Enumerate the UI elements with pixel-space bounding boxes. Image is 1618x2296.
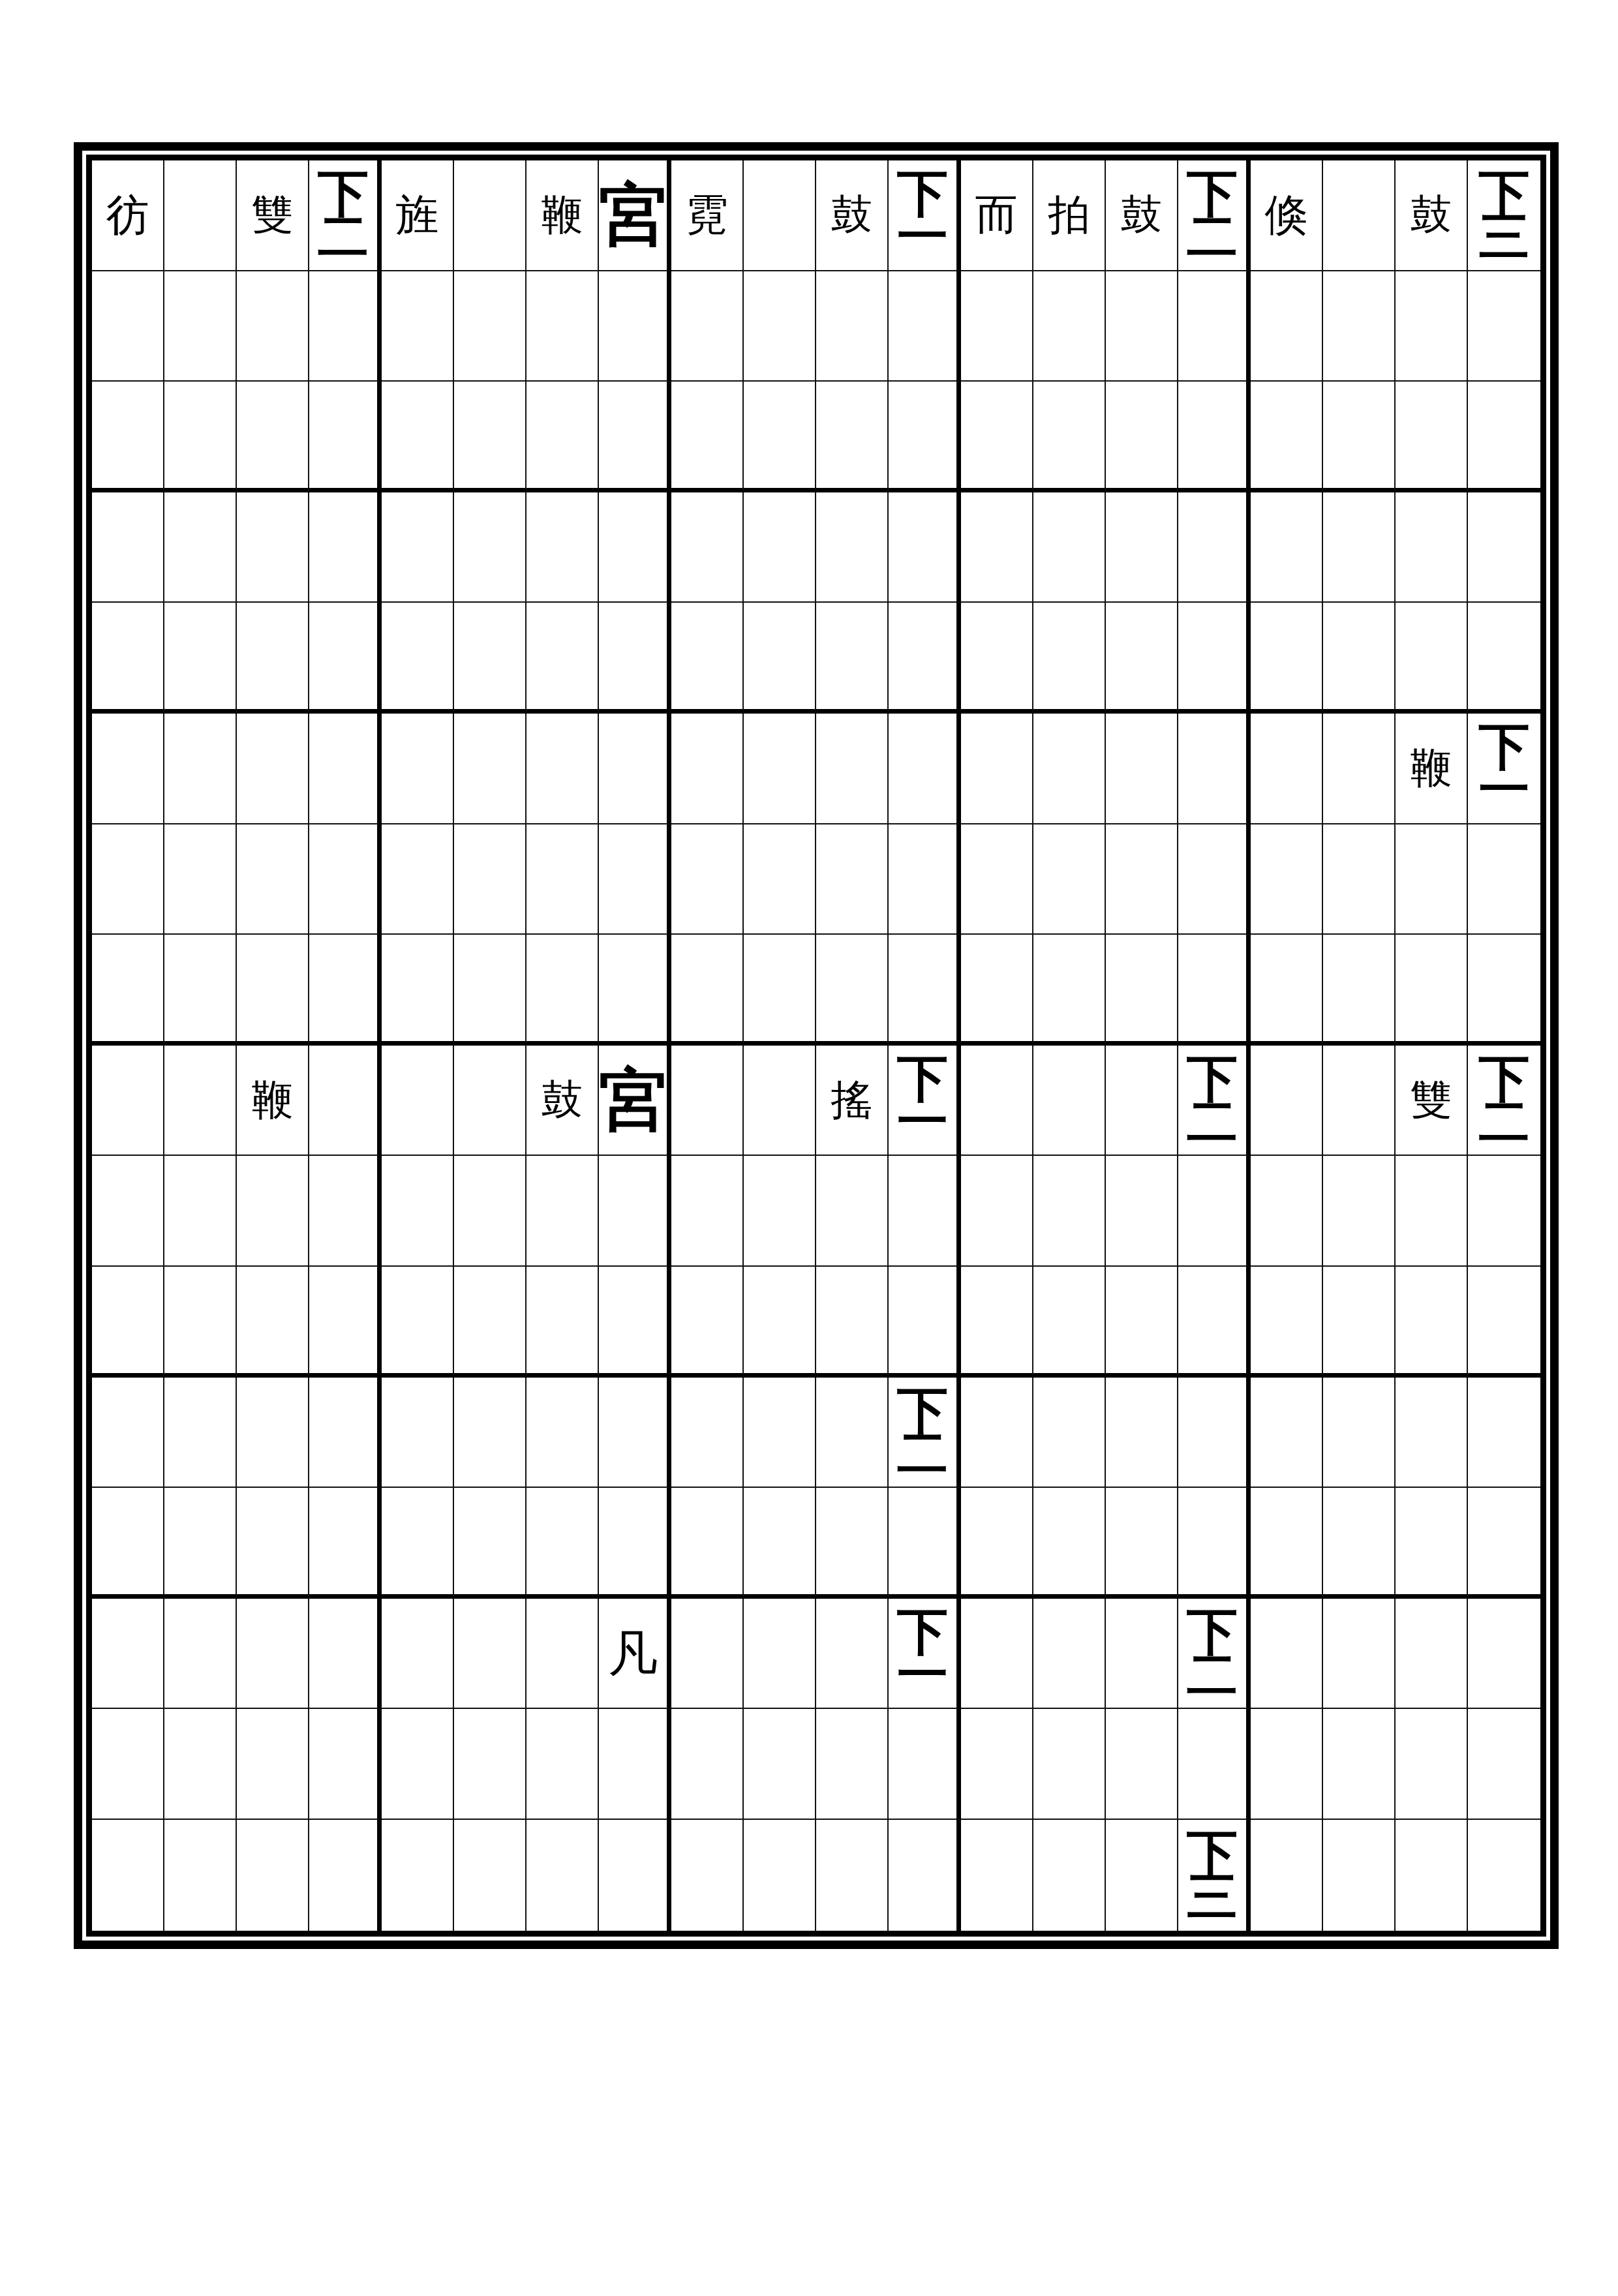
- cell-r10c15: [1106, 1156, 1178, 1267]
- cell-r5c17: [1251, 603, 1323, 714]
- cell-r10c12: [889, 1156, 961, 1267]
- cell-r5c16: [1178, 603, 1251, 714]
- cell-r15c5: [382, 1709, 454, 1820]
- cell-r5c13: [961, 603, 1033, 714]
- cell-r13c16: [1178, 1488, 1251, 1599]
- cell-r11c18: [1323, 1267, 1396, 1378]
- cell-r16c4: [309, 1820, 382, 1931]
- cell-r11c11: [816, 1267, 889, 1378]
- cell-r13c7: [527, 1488, 599, 1599]
- cell-r12c16: [1178, 1378, 1251, 1488]
- cell-r7c4: [309, 824, 382, 935]
- cell-r8c4: [309, 935, 382, 1046]
- cell-r14c8: 凡: [599, 1599, 671, 1710]
- cell-r9c8: 宮: [599, 1046, 671, 1156]
- lyric-glyph: 倏: [1265, 194, 1308, 237]
- cell-r11c15: [1106, 1267, 1178, 1378]
- cell-r3c18: [1323, 382, 1396, 492]
- cell-r8c11: [816, 935, 889, 1046]
- cell-r15c15: [1106, 1709, 1178, 1820]
- cell-r2c3: [237, 271, 309, 382]
- cell-r12c11: [816, 1378, 889, 1488]
- cell-r9c14: [1033, 1046, 1106, 1156]
- cell-r4c14: [1033, 492, 1106, 603]
- cell-r12c4: [309, 1378, 382, 1488]
- cell-r12c2: [164, 1378, 237, 1488]
- cell-r4c5: [382, 492, 454, 603]
- cell-r2c5: [382, 271, 454, 382]
- cell-r14c4: [309, 1599, 382, 1710]
- cell-r7c16: [1178, 824, 1251, 935]
- cell-r11c1: [92, 1267, 164, 1378]
- cell-r6c17: [1251, 714, 1323, 824]
- cell-r9c19: 雙: [1396, 1046, 1468, 1156]
- cell-r1c20: 下三: [1468, 160, 1540, 271]
- cell-r3c7: [527, 382, 599, 492]
- cell-r9c12: 下一: [889, 1046, 961, 1156]
- cell-r15c16: [1178, 1709, 1251, 1820]
- cell-r16c11: [816, 1820, 889, 1931]
- cell-r2c20: [1468, 271, 1540, 382]
- pitch-glyph: 下一: [1479, 725, 1530, 811]
- cell-r10c10: [744, 1156, 816, 1267]
- cell-r1c9: 霓: [671, 160, 744, 271]
- cell-r15c12: [889, 1709, 961, 1820]
- cell-r8c14: [1033, 935, 1106, 1046]
- pitch-glyph: 凡: [608, 1629, 658, 1678]
- cell-r4c11: [816, 492, 889, 603]
- cell-r8c6: [454, 935, 527, 1046]
- cell-r7c18: [1323, 824, 1396, 935]
- cell-r5c18: [1323, 603, 1396, 714]
- cell-r13c5: [382, 1488, 454, 1599]
- cell-r13c1: [92, 1488, 164, 1599]
- cell-r11c16: [1178, 1267, 1251, 1378]
- cell-r11c4: [309, 1267, 382, 1378]
- pitch-glyph: 下一: [897, 1057, 948, 1143]
- cell-r16c8: [599, 1820, 671, 1931]
- cell-r9c18: [1323, 1046, 1396, 1156]
- cell-r1c4: 下二: [309, 160, 382, 271]
- cell-r3c9: [671, 382, 744, 492]
- cell-r7c9: [671, 824, 744, 935]
- cell-r12c5: [382, 1378, 454, 1488]
- cell-r15c9: [671, 1709, 744, 1820]
- cell-r12c8: [599, 1378, 671, 1488]
- cell-r6c20: 下一: [1468, 714, 1540, 824]
- cell-r10c18: [1323, 1156, 1396, 1267]
- score-inner-frame: 彷雙下二旌鞭宮霓鼓下一而拍鼓下二倏鼓下三鞭下一鞭鼓宮搖下一下二雙下二下二凡下一下…: [86, 155, 1546, 1937]
- cell-r11c20: [1468, 1267, 1540, 1378]
- cell-r1c18: [1323, 160, 1396, 271]
- cell-r5c3: [237, 603, 309, 714]
- cell-r5c11: [816, 603, 889, 714]
- cell-r4c2: [164, 492, 237, 603]
- cell-r6c5: [382, 714, 454, 824]
- cell-r4c15: [1106, 492, 1178, 603]
- cell-r8c16: [1178, 935, 1251, 1046]
- cell-r3c3: [237, 382, 309, 492]
- cell-r14c17: [1251, 1599, 1323, 1710]
- cell-r2c12: [889, 271, 961, 382]
- cell-r1c19: 鼓: [1396, 160, 1468, 271]
- cell-r9c1: [92, 1046, 164, 1156]
- cell-r5c14: [1033, 603, 1106, 714]
- cell-r14c19: [1396, 1599, 1468, 1710]
- cell-r3c8: [599, 382, 671, 492]
- cell-r16c10: [744, 1820, 816, 1931]
- cell-r9c16: 下二: [1178, 1046, 1251, 1156]
- cell-r7c11: [816, 824, 889, 935]
- cell-r11c7: [527, 1267, 599, 1378]
- cell-r3c5: [382, 382, 454, 492]
- cell-r5c2: [164, 603, 237, 714]
- cell-r1c6: [454, 160, 527, 271]
- cell-r3c13: [961, 382, 1033, 492]
- cell-r16c2: [164, 1820, 237, 1931]
- cell-r8c2: [164, 935, 237, 1046]
- cell-r13c10: [744, 1488, 816, 1599]
- cell-r10c1: [92, 1156, 164, 1267]
- cell-r7c1: [92, 824, 164, 935]
- cell-r6c18: [1323, 714, 1396, 824]
- cell-r2c11: [816, 271, 889, 382]
- cell-r6c1: [92, 714, 164, 824]
- cell-r8c19: [1396, 935, 1468, 1046]
- cell-r7c6: [454, 824, 527, 935]
- cell-r9c3: 鞭: [237, 1046, 309, 1156]
- pitch-glyph: 下二: [1479, 1057, 1530, 1143]
- cell-r4c16: [1178, 492, 1251, 603]
- cell-r13c6: [454, 1488, 527, 1599]
- cell-r15c1: [92, 1709, 164, 1820]
- cell-r13c12: [889, 1488, 961, 1599]
- percussion-glyph: 鞭: [542, 194, 583, 236]
- cell-r3c19: [1396, 382, 1468, 492]
- cell-r7c12: [889, 824, 961, 935]
- percussion-glyph: 鞭: [252, 1080, 294, 1121]
- cell-r7c7: [527, 824, 599, 935]
- cell-r13c18: [1323, 1488, 1396, 1599]
- cell-r11c17: [1251, 1267, 1323, 1378]
- cell-r15c8: [599, 1709, 671, 1820]
- cell-r6c4: [309, 714, 382, 824]
- cell-r13c8: [599, 1488, 671, 1599]
- cell-r12c10: [744, 1378, 816, 1488]
- pitch-glyph: 下三: [1479, 172, 1530, 258]
- cell-r3c14: [1033, 382, 1106, 492]
- cell-r13c14: [1033, 1488, 1106, 1599]
- percussion-glyph: 鼓: [831, 194, 873, 236]
- cell-r15c18: [1323, 1709, 1396, 1820]
- cell-r12c9: [671, 1378, 744, 1488]
- cell-r10c20: [1468, 1156, 1540, 1267]
- cell-r5c10: [744, 603, 816, 714]
- pitch-glyph: 下二: [1187, 1057, 1238, 1143]
- cell-r5c7: [527, 603, 599, 714]
- cell-r6c19: 鞭: [1396, 714, 1468, 824]
- percussion-glyph: 雙: [1411, 1080, 1452, 1121]
- cell-r13c19: [1396, 1488, 1468, 1599]
- cell-r9c11: 搖: [816, 1046, 889, 1156]
- cell-r6c2: [164, 714, 237, 824]
- cell-r8c1: [92, 935, 164, 1046]
- cell-r15c6: [454, 1709, 527, 1820]
- cell-r4c18: [1323, 492, 1396, 603]
- cell-r8c7: [527, 935, 599, 1046]
- cell-r5c4: [309, 603, 382, 714]
- cell-r13c15: [1106, 1488, 1178, 1599]
- cell-r5c20: [1468, 603, 1540, 714]
- cell-r15c2: [164, 1709, 237, 1820]
- cell-r2c2: [164, 271, 237, 382]
- cell-r3c4: [309, 382, 382, 492]
- cell-r13c11: [816, 1488, 889, 1599]
- cell-r11c3: [237, 1267, 309, 1378]
- cell-r2c6: [454, 271, 527, 382]
- cell-r12c13: [961, 1378, 1033, 1488]
- cell-r12c15: [1106, 1378, 1178, 1488]
- cell-r11c8: [599, 1267, 671, 1378]
- cell-r16c7: [527, 1820, 599, 1931]
- cell-r16c3: [237, 1820, 309, 1931]
- cell-r12c12: 下二: [889, 1378, 961, 1488]
- cell-r15c19: [1396, 1709, 1468, 1820]
- cell-r11c10: [744, 1267, 816, 1378]
- cell-r7c3: [237, 824, 309, 935]
- cell-r9c10: [744, 1046, 816, 1156]
- cell-r8c12: [889, 935, 961, 1046]
- cell-r3c12: [889, 382, 961, 492]
- lyric-glyph: 而: [975, 194, 1018, 237]
- cell-r4c19: [1396, 492, 1468, 603]
- cell-r14c1: [92, 1599, 164, 1710]
- cell-r1c7: 鞭: [527, 160, 599, 271]
- cell-r2c8: [599, 271, 671, 382]
- cell-r1c11: 鼓: [816, 160, 889, 271]
- pitch-glyph: 下二: [318, 172, 369, 258]
- cell-r16c15: [1106, 1820, 1178, 1931]
- cell-r4c12: [889, 492, 961, 603]
- cell-r14c9: [671, 1599, 744, 1710]
- cell-r9c7: 鼓: [527, 1046, 599, 1156]
- score-page: 彷雙下二旌鞭宮霓鼓下一而拍鼓下二倏鼓下三鞭下一鞭鼓宮搖下一下二雙下二下二凡下一下…: [0, 0, 1618, 2296]
- cell-r1c14: 拍: [1033, 160, 1106, 271]
- cell-r2c9: [671, 271, 744, 382]
- cell-r4c4: [309, 492, 382, 603]
- pitch-glyph: 下二: [1187, 172, 1238, 258]
- cell-r10c8: [599, 1156, 671, 1267]
- cell-r9c20: 下二: [1468, 1046, 1540, 1156]
- cell-r10c13: [961, 1156, 1033, 1267]
- cell-r16c18: [1323, 1820, 1396, 1931]
- cell-r6c11: [816, 714, 889, 824]
- cell-r2c14: [1033, 271, 1106, 382]
- cell-r5c8: [599, 603, 671, 714]
- cell-r1c17: 倏: [1251, 160, 1323, 271]
- cell-r2c18: [1323, 271, 1396, 382]
- cell-r10c14: [1033, 1156, 1106, 1267]
- cell-r15c13: [961, 1709, 1033, 1820]
- cell-r9c5: [382, 1046, 454, 1156]
- cell-r15c20: [1468, 1709, 1540, 1820]
- cell-r10c9: [671, 1156, 744, 1267]
- cell-r8c10: [744, 935, 816, 1046]
- lyric-glyph: 彷: [106, 194, 149, 237]
- cell-r8c5: [382, 935, 454, 1046]
- cell-r1c8: 宮: [599, 160, 671, 271]
- cell-r15c14: [1033, 1709, 1106, 1820]
- cell-r3c1: [92, 382, 164, 492]
- pitch-glyph: 宮: [599, 181, 667, 249]
- cell-r16c12: [889, 1820, 961, 1931]
- cell-r2c16: [1178, 271, 1251, 382]
- cell-r8c17: [1251, 935, 1323, 1046]
- cell-r16c20: [1468, 1820, 1540, 1931]
- cell-r3c2: [164, 382, 237, 492]
- cell-r12c6: [454, 1378, 527, 1488]
- cell-r15c3: [237, 1709, 309, 1820]
- pitch-glyph: 下一: [897, 1610, 948, 1696]
- cell-r15c10: [744, 1709, 816, 1820]
- cell-r3c11: [816, 382, 889, 492]
- percussion-glyph: 鞭: [1411, 748, 1452, 789]
- cell-r6c10: [744, 714, 816, 824]
- cell-r7c19: [1396, 824, 1468, 935]
- cell-r2c17: [1251, 271, 1323, 382]
- cell-r8c15: [1106, 935, 1178, 1046]
- cell-r15c11: [816, 1709, 889, 1820]
- cell-r14c12: 下一: [889, 1599, 961, 1710]
- cell-r12c20: [1468, 1378, 1540, 1488]
- cell-r16c17: [1251, 1820, 1323, 1931]
- cell-r7c17: [1251, 824, 1323, 935]
- cell-r5c6: [454, 603, 527, 714]
- cell-r16c6: [454, 1820, 527, 1931]
- cell-r3c17: [1251, 382, 1323, 492]
- cell-r5c5: [382, 603, 454, 714]
- cell-r6c15: [1106, 714, 1178, 824]
- cell-r10c2: [164, 1156, 237, 1267]
- cell-r13c17: [1251, 1488, 1323, 1599]
- cell-r11c9: [671, 1267, 744, 1378]
- cell-r14c2: [164, 1599, 237, 1710]
- cell-r14c20: [1468, 1599, 1540, 1710]
- cell-r4c3: [237, 492, 309, 603]
- cell-r6c3: [237, 714, 309, 824]
- cell-r4c6: [454, 492, 527, 603]
- cell-r14c6: [454, 1599, 527, 1710]
- cell-r13c20: [1468, 1488, 1540, 1599]
- cell-r15c4: [309, 1709, 382, 1820]
- cell-r7c15: [1106, 824, 1178, 935]
- cell-r10c6: [454, 1156, 527, 1267]
- cell-r6c6: [454, 714, 527, 824]
- cell-r2c13: [961, 271, 1033, 382]
- cell-r1c2: [164, 160, 237, 271]
- cell-r3c10: [744, 382, 816, 492]
- cell-r1c10: [744, 160, 816, 271]
- cell-r1c13: 而: [961, 160, 1033, 271]
- cell-r5c9: [671, 603, 744, 714]
- cell-r13c2: [164, 1488, 237, 1599]
- cell-r2c15: [1106, 271, 1178, 382]
- cell-r15c17: [1251, 1709, 1323, 1820]
- cell-r1c3: 雙: [237, 160, 309, 271]
- cell-r13c3: [237, 1488, 309, 1599]
- lyric-glyph: 霓: [686, 194, 729, 237]
- cell-r14c16: 下二: [1178, 1599, 1251, 1710]
- cell-r6c13: [961, 714, 1033, 824]
- cell-r6c14: [1033, 714, 1106, 824]
- cell-r13c9: [671, 1488, 744, 1599]
- cell-r1c5: 旌: [382, 160, 454, 271]
- cell-r8c18: [1323, 935, 1396, 1046]
- cell-r11c13: [961, 1267, 1033, 1378]
- cell-r4c9: [671, 492, 744, 603]
- cell-r12c19: [1396, 1378, 1468, 1488]
- cell-r16c9: [671, 1820, 744, 1931]
- pitch-glyph: 下一: [897, 172, 948, 258]
- cell-r9c13: [961, 1046, 1033, 1156]
- lyric-glyph: 旌: [396, 194, 439, 237]
- cell-r1c16: 下二: [1178, 160, 1251, 271]
- cell-r7c10: [744, 824, 816, 935]
- cell-r6c8: [599, 714, 671, 824]
- cell-r4c20: [1468, 492, 1540, 603]
- cell-r14c3: [237, 1599, 309, 1710]
- cell-r2c10: [744, 271, 816, 382]
- cell-r4c8: [599, 492, 671, 603]
- cell-r4c13: [961, 492, 1033, 603]
- cell-r6c16: [1178, 714, 1251, 824]
- cell-r10c5: [382, 1156, 454, 1267]
- cell-r11c6: [454, 1267, 527, 1378]
- cell-r2c1: [92, 271, 164, 382]
- pitch-glyph: 下二: [1187, 1610, 1238, 1696]
- cell-r16c14: [1033, 1820, 1106, 1931]
- cell-r14c13: [961, 1599, 1033, 1710]
- cell-r2c7: [527, 271, 599, 382]
- cell-r7c14: [1033, 824, 1106, 935]
- cell-r8c8: [599, 935, 671, 1046]
- cell-r6c12: [889, 714, 961, 824]
- cell-r14c11: [816, 1599, 889, 1710]
- cell-r9c6: [454, 1046, 527, 1156]
- pitch-glyph: 下三: [1187, 1832, 1238, 1918]
- cell-r9c2: [164, 1046, 237, 1156]
- cell-r10c4: [309, 1156, 382, 1267]
- cell-r8c3: [237, 935, 309, 1046]
- percussion-glyph: 鼓: [1121, 194, 1163, 236]
- cell-r7c8: [599, 824, 671, 935]
- pitch-glyph: 下二: [897, 1389, 948, 1475]
- cell-r3c20: [1468, 382, 1540, 492]
- cell-r10c17: [1251, 1156, 1323, 1267]
- cell-r5c15: [1106, 603, 1178, 714]
- percussion-glyph: 鼓: [1411, 194, 1452, 236]
- cell-r14c18: [1323, 1599, 1396, 1710]
- cell-r9c4: [309, 1046, 382, 1156]
- score-outer-frame: 彷雙下二旌鞭宮霓鼓下一而拍鼓下二倏鼓下三鞭下一鞭鼓宮搖下一下二雙下二下二凡下一下…: [74, 142, 1559, 1949]
- cell-r5c19: [1396, 603, 1468, 714]
- cell-r11c12: [889, 1267, 961, 1378]
- cell-r11c14: [1033, 1267, 1106, 1378]
- cell-r12c14: [1033, 1378, 1106, 1488]
- percussion-glyph: 雙: [252, 194, 294, 236]
- cell-r14c7: [527, 1599, 599, 1710]
- cell-r1c1: 彷: [92, 160, 164, 271]
